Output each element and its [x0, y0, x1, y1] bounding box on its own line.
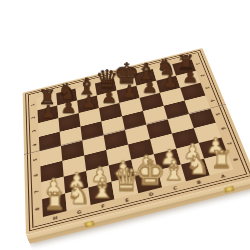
black-pawn[interactable]: ♟ — [101, 88, 117, 106]
white-knight[interactable]: ♞ — [67, 181, 91, 208]
brass-clasp-right[interactable] — [224, 186, 234, 193]
white-bishop[interactable]: ♝ — [162, 156, 187, 184]
white-rook[interactable]: ♜ — [44, 189, 66, 214]
white-bishop[interactable]: ♝ — [90, 174, 115, 202]
scene: HGFEDCBA HGFEDCBA 12345678 12345678 ♜♞♝♛… — [0, 0, 250, 250]
black-pawn[interactable]: ♟ — [182, 67, 198, 85]
black-pawn[interactable]: ♟ — [142, 77, 158, 95]
product-photo-stage: HGFEDCBA HGFEDCBA 12345678 12345678 ♜♞♝♛… — [0, 0, 250, 250]
black-pawn[interactable]: ♟ — [61, 98, 77, 116]
white-rook[interactable]: ♜ — [211, 148, 233, 173]
black-pawn[interactable]: ♟ — [81, 93, 97, 111]
chess-board: HGFEDCBA HGFEDCBA 12345678 12345678 ♜♞♝♛… — [23, 48, 250, 235]
black-pawn[interactable]: ♟ — [121, 83, 137, 101]
white-knight[interactable]: ♞ — [186, 152, 210, 179]
brass-clasp-left[interactable] — [84, 221, 94, 228]
black-pawn[interactable]: ♟ — [162, 72, 178, 90]
black-pawn[interactable]: ♟ — [40, 103, 56, 121]
